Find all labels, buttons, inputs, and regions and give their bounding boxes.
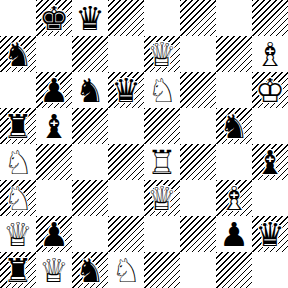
square-b5[interactable]: ♝ — [36, 108, 72, 144]
square-b7[interactable] — [36, 36, 72, 72]
square-h3[interactable] — [252, 180, 288, 216]
square-e5[interactable] — [144, 108, 180, 144]
chess-board: ♚♛♞♛♕♝♗♟♞♛♞♘♚♔♜♝♞♞♘♜♖♝♞♘♛♕♝♗♛♕♟♟♛♜♛♕♞♞♘ — [0, 0, 288, 288]
square-f4[interactable] — [180, 144, 216, 180]
square-d2[interactable] — [108, 216, 144, 252]
square-e3[interactable]: ♛♕ — [144, 180, 180, 216]
square-h2[interactable]: ♛ — [252, 216, 288, 252]
square-d8[interactable] — [108, 0, 144, 36]
square-a8[interactable] — [0, 0, 36, 36]
square-a6[interactable] — [0, 72, 36, 108]
square-h7[interactable]: ♝♗ — [252, 36, 288, 72]
square-g5[interactable]: ♞ — [216, 108, 252, 144]
square-e6[interactable]: ♞♘ — [144, 72, 180, 108]
square-h6[interactable]: ♚♔ — [252, 72, 288, 108]
square-g4[interactable] — [216, 144, 252, 180]
square-b8[interactable]: ♚ — [36, 0, 72, 36]
square-b2[interactable]: ♟ — [36, 216, 72, 252]
square-g2[interactable]: ♟ — [216, 216, 252, 252]
square-h4[interactable]: ♝ — [252, 144, 288, 180]
square-d3[interactable] — [108, 180, 144, 216]
square-a4[interactable]: ♞♘ — [0, 144, 36, 180]
square-d4[interactable] — [108, 144, 144, 180]
square-c3[interactable] — [72, 180, 108, 216]
square-f2[interactable] — [180, 216, 216, 252]
square-g8[interactable] — [216, 0, 252, 36]
square-e8[interactable] — [144, 0, 180, 36]
square-g3[interactable]: ♝♗ — [216, 180, 252, 216]
square-f7[interactable] — [180, 36, 216, 72]
square-c8[interactable]: ♛ — [72, 0, 108, 36]
square-e1[interactable] — [144, 252, 180, 288]
square-h1[interactable] — [252, 252, 288, 288]
square-e4[interactable]: ♜♖ — [144, 144, 180, 180]
square-c6[interactable]: ♞ — [72, 72, 108, 108]
square-f5[interactable] — [180, 108, 216, 144]
square-c4[interactable] — [72, 144, 108, 180]
square-a7[interactable]: ♞ — [0, 36, 36, 72]
square-c1[interactable]: ♞ — [72, 252, 108, 288]
square-a3[interactable]: ♞♘ — [0, 180, 36, 216]
square-e7[interactable]: ♛♕ — [144, 36, 180, 72]
square-g7[interactable] — [216, 36, 252, 72]
square-c2[interactable] — [72, 216, 108, 252]
square-g1[interactable] — [216, 252, 252, 288]
square-b6[interactable]: ♟ — [36, 72, 72, 108]
square-c7[interactable] — [72, 36, 108, 72]
square-f6[interactable] — [180, 72, 216, 108]
square-a5[interactable]: ♜ — [0, 108, 36, 144]
square-b1[interactable]: ♛♕ — [36, 252, 72, 288]
square-h5[interactable] — [252, 108, 288, 144]
square-d7[interactable] — [108, 36, 144, 72]
square-b4[interactable] — [36, 144, 72, 180]
square-c5[interactable] — [72, 108, 108, 144]
square-a2[interactable]: ♛♕ — [0, 216, 36, 252]
square-f1[interactable] — [180, 252, 216, 288]
square-e2[interactable] — [144, 216, 180, 252]
square-g6[interactable] — [216, 72, 252, 108]
square-d6[interactable]: ♛ — [108, 72, 144, 108]
square-d5[interactable] — [108, 108, 144, 144]
square-a1[interactable]: ♜ — [0, 252, 36, 288]
square-b3[interactable] — [36, 180, 72, 216]
square-h8[interactable] — [252, 0, 288, 36]
square-f3[interactable] — [180, 180, 216, 216]
square-d1[interactable]: ♞♘ — [108, 252, 144, 288]
square-f8[interactable] — [180, 0, 216, 36]
